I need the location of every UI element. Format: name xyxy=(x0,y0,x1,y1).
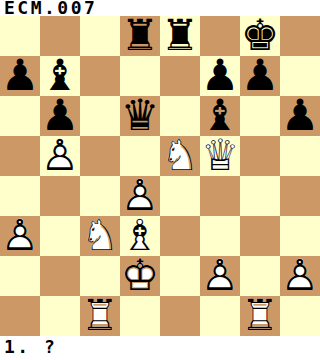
square-e1[interactable] xyxy=(160,296,200,336)
square-b2[interactable] xyxy=(40,256,80,296)
square-g6[interactable] xyxy=(240,96,280,136)
square-b3[interactable] xyxy=(40,216,80,256)
chess-app: ECM.007 ♜♜♚♟♝♟♟♟♛♝♟♟♙♞♘♛♕♟♙♟♙♞♘♝♗♚♔♟♙♟♙♜… xyxy=(0,0,320,360)
piece-black-queen[interactable]: ♛ xyxy=(120,96,160,136)
square-c6[interactable] xyxy=(80,96,120,136)
square-e2[interactable] xyxy=(160,256,200,296)
square-d2[interactable]: ♚♔ xyxy=(120,256,160,296)
square-c5[interactable] xyxy=(80,136,120,176)
square-c1[interactable]: ♜♖ xyxy=(80,296,120,336)
piece-white-rook[interactable]: ♜♖ xyxy=(80,296,120,336)
square-a2[interactable] xyxy=(0,256,40,296)
black-pawn-icon: ♟ xyxy=(0,56,40,96)
square-g5[interactable] xyxy=(240,136,280,176)
square-e8[interactable]: ♜ xyxy=(160,16,200,56)
square-d6[interactable]: ♛ xyxy=(120,96,160,136)
square-h8[interactable] xyxy=(280,16,320,56)
square-h1[interactable] xyxy=(280,296,320,336)
square-a3[interactable]: ♟♙ xyxy=(0,216,40,256)
square-c8[interactable] xyxy=(80,16,120,56)
square-e4[interactable] xyxy=(160,176,200,216)
black-rook-icon: ♜ xyxy=(160,16,200,56)
piece-black-pawn[interactable]: ♟ xyxy=(0,56,40,96)
square-d8[interactable]: ♜ xyxy=(120,16,160,56)
black-rook-icon: ♜ xyxy=(120,16,160,56)
square-h6[interactable]: ♟ xyxy=(280,96,320,136)
square-f4[interactable] xyxy=(200,176,240,216)
chess-board: ♜♜♚♟♝♟♟♟♛♝♟♟♙♞♘♛♕♟♙♟♙♞♘♝♗♚♔♟♙♟♙♜♖♜♖ xyxy=(0,16,320,336)
black-queen-icon: ♛ xyxy=(120,96,160,136)
white-rook-outline-icon: ♖ xyxy=(80,296,120,336)
square-g4[interactable] xyxy=(240,176,280,216)
square-f2[interactable]: ♟♙ xyxy=(200,256,240,296)
square-g7[interactable]: ♟ xyxy=(240,56,280,96)
piece-white-knight[interactable]: ♞♘ xyxy=(160,136,200,176)
piece-white-pawn[interactable]: ♟♙ xyxy=(40,136,80,176)
square-b1[interactable] xyxy=(40,296,80,336)
piece-white-pawn[interactable]: ♟♙ xyxy=(280,256,320,296)
white-king-outline-icon: ♔ xyxy=(120,256,160,296)
square-g3[interactable] xyxy=(240,216,280,256)
piece-white-knight[interactable]: ♞♘ xyxy=(80,216,120,256)
square-e3[interactable] xyxy=(160,216,200,256)
white-pawn-outline-icon: ♙ xyxy=(280,256,320,296)
white-pawn-outline-icon: ♙ xyxy=(0,216,40,256)
square-b5[interactable]: ♟♙ xyxy=(40,136,80,176)
square-a1[interactable] xyxy=(0,296,40,336)
square-e5[interactable]: ♞♘ xyxy=(160,136,200,176)
square-c3[interactable]: ♞♘ xyxy=(80,216,120,256)
square-h5[interactable] xyxy=(280,136,320,176)
square-h4[interactable] xyxy=(280,176,320,216)
piece-white-pawn[interactable]: ♟♙ xyxy=(0,216,40,256)
square-d1[interactable] xyxy=(120,296,160,336)
piece-black-rook[interactable]: ♜ xyxy=(120,16,160,56)
white-queen-outline-icon: ♕ xyxy=(200,136,240,176)
black-pawn-icon: ♟ xyxy=(240,56,280,96)
white-pawn-outline-icon: ♙ xyxy=(200,256,240,296)
piece-white-king[interactable]: ♚♔ xyxy=(120,256,160,296)
square-f1[interactable] xyxy=(200,296,240,336)
piece-white-queen[interactable]: ♛♕ xyxy=(200,136,240,176)
square-b4[interactable] xyxy=(40,176,80,216)
piece-black-pawn[interactable]: ♟ xyxy=(280,96,320,136)
square-e7[interactable] xyxy=(160,56,200,96)
piece-black-rook[interactable]: ♜ xyxy=(160,16,200,56)
black-pawn-icon: ♟ xyxy=(280,96,320,136)
square-a6[interactable] xyxy=(0,96,40,136)
square-c7[interactable] xyxy=(80,56,120,96)
square-f5[interactable]: ♛♕ xyxy=(200,136,240,176)
piece-black-pawn[interactable]: ♟ xyxy=(240,56,280,96)
white-knight-outline-icon: ♘ xyxy=(160,136,200,176)
square-g1[interactable]: ♜♖ xyxy=(240,296,280,336)
piece-white-pawn[interactable]: ♟♙ xyxy=(200,256,240,296)
white-pawn-outline-icon: ♙ xyxy=(40,136,80,176)
piece-white-rook[interactable]: ♜♖ xyxy=(240,296,280,336)
square-h2[interactable]: ♟♙ xyxy=(280,256,320,296)
square-a5[interactable] xyxy=(0,136,40,176)
white-knight-outline-icon: ♘ xyxy=(80,216,120,256)
square-a7[interactable]: ♟ xyxy=(0,56,40,96)
white-rook-outline-icon: ♖ xyxy=(240,296,280,336)
